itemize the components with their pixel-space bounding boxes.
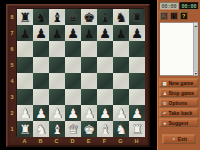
exit-label: Exit <box>178 137 187 143</box>
square-b7[interactable]: ♟ <box>33 25 49 41</box>
square-g8[interactable]: ♞ <box>113 9 129 25</box>
rank-label-2: 2 <box>8 105 17 121</box>
square-e4[interactable] <box>81 73 97 89</box>
square-h1[interactable]: ♜ <box>129 121 145 137</box>
black-bishop: ♝ <box>97 9 113 25</box>
square-d3[interactable] <box>65 89 81 105</box>
square-f1[interactable]: ♝ <box>97 121 113 137</box>
square-a2[interactable]: ♟ <box>17 105 33 121</box>
square-a5[interactable] <box>17 57 33 73</box>
square-g3[interactable] <box>113 89 129 105</box>
piece-toolbar: ♘ ♞ ? <box>160 12 199 21</box>
white-clock-display: 00:00 <box>160 2 179 10</box>
square-h7[interactable]: ♟ <box>129 25 145 41</box>
suggest-star-icon: ★ <box>162 120 168 125</box>
square-c4[interactable] <box>49 73 65 89</box>
white-pawn: ♟ <box>65 105 81 121</box>
black-king: ♚ <box>81 9 97 25</box>
square-g2[interactable]: ♟ <box>113 105 129 121</box>
white-pawn: ♟ <box>129 105 145 121</box>
black-bishop: ♝ <box>49 9 65 25</box>
rank-labels: 87654321 <box>8 9 17 137</box>
square-b5[interactable] <box>33 57 49 73</box>
square-b4[interactable] <box>33 73 49 89</box>
file-label-g: G <box>113 137 129 146</box>
options-label: Options <box>169 100 188 106</box>
square-g5[interactable] <box>113 57 129 73</box>
stop-game-button[interactable]: ♟ Stop game <box>160 89 199 98</box>
square-d1[interactable]: ♛ <box>65 121 81 137</box>
square-a1[interactable]: ♜ <box>17 121 33 137</box>
new-game-label: New game <box>169 80 194 86</box>
black-pawn: ♟ <box>113 25 129 41</box>
side-panel: 00:00 00:00 ♘ ♞ ? ▲ ▼ ▦ New game ♟ Stop … <box>157 0 200 150</box>
white-piece-button[interactable]: ♘ <box>160 12 169 21</box>
white-queen: ♛ <box>65 121 81 137</box>
clock-row: 00:00 00:00 <box>160 2 199 10</box>
square-d8[interactable]: ♛ <box>65 9 81 25</box>
square-e3[interactable] <box>81 89 97 105</box>
rank-label-1: 1 <box>8 121 17 137</box>
rank-label-8: 8 <box>8 9 17 25</box>
square-d5[interactable] <box>65 57 81 73</box>
move-list[interactable]: ▲ ▼ <box>160 22 199 76</box>
square-e6[interactable] <box>81 41 97 57</box>
black-rook: ♜ <box>17 9 33 25</box>
square-c1[interactable]: ♝ <box>49 121 65 137</box>
white-pawn: ♟ <box>97 105 113 121</box>
stop-game-label: Stop game <box>169 90 195 96</box>
file-label-b: B <box>33 137 49 146</box>
black-knight: ♞ <box>113 9 129 25</box>
rank-label-4: 4 <box>8 73 17 89</box>
square-f2[interactable]: ♟ <box>97 105 113 121</box>
chess-app-window: 87654321 ♜♞♝♛♚♝♞♜♟♟♟♟♟♟♟♟♟♟♟♟♟♟♟♟♜♞♝♛♚♝♞… <box>0 0 200 150</box>
file-label-d: D <box>65 137 81 146</box>
square-h3[interactable] <box>129 89 145 105</box>
square-h5[interactable] <box>129 57 145 73</box>
square-f3[interactable] <box>97 89 113 105</box>
black-pawn: ♟ <box>33 25 49 41</box>
rank-label-5: 5 <box>8 57 17 73</box>
white-pawn: ♟ <box>49 105 65 121</box>
square-f6[interactable] <box>97 41 113 57</box>
move-list-scrollbar[interactable]: ▲ ▼ <box>193 23 198 76</box>
black-rook: ♜ <box>129 9 145 25</box>
black-pawn: ♟ <box>17 25 33 41</box>
square-a6[interactable] <box>17 41 33 57</box>
exit-icon: × <box>171 137 177 142</box>
square-b2[interactable]: ♟ <box>33 105 49 121</box>
black-knight: ♞ <box>33 9 49 25</box>
black-pawn: ♟ <box>81 25 97 41</box>
square-g6[interactable] <box>113 41 129 57</box>
square-e7[interactable]: ♟ <box>81 25 97 41</box>
stop-game-icon: ♟ <box>162 90 168 95</box>
frame-corner <box>8 137 17 146</box>
white-bishop: ♝ <box>49 121 65 137</box>
board-area: 87654321 ♜♞♝♛♚♝♞♜♟♟♟♟♟♟♟♟♟♟♟♟♟♟♟♟♜♞♝♛♚♝♞… <box>0 0 157 150</box>
black-piece-button[interactable]: ♞ <box>170 12 179 21</box>
chess-board[interactable]: ♜♞♝♛♚♝♞♜♟♟♟♟♟♟♟♟♟♟♟♟♟♟♟♟♜♞♝♛♚♝♞♜ <box>17 9 145 137</box>
scroll-up-icon[interactable]: ▲ <box>194 23 199 28</box>
file-labels: ABCDEFGH <box>17 137 145 146</box>
square-c2[interactable]: ♟ <box>49 105 65 121</box>
square-e5[interactable] <box>81 57 97 73</box>
white-pawn: ♟ <box>33 105 49 121</box>
square-a7[interactable]: ♟ <box>17 25 33 41</box>
square-b3[interactable] <box>33 89 49 105</box>
square-a4[interactable] <box>17 73 33 89</box>
square-c7[interactable]: ♟ <box>49 25 65 41</box>
file-label-e: E <box>81 137 97 146</box>
take-back-label: Take back <box>169 110 193 116</box>
scroll-down-icon[interactable]: ▼ <box>194 71 199 76</box>
square-f8[interactable]: ♝ <box>97 9 113 25</box>
rank-label-3: 3 <box>8 89 17 105</box>
square-h2[interactable]: ♟ <box>129 105 145 121</box>
black-clock-display: 00:00 <box>180 2 199 10</box>
square-e8[interactable]: ♚ <box>81 9 97 25</box>
suggest-button[interactable]: ★ Suggest <box>160 119 199 128</box>
square-f4[interactable] <box>97 73 113 89</box>
help-button[interactable]: ? <box>180 12 189 21</box>
white-pawn: ♟ <box>17 105 33 121</box>
square-b6[interactable] <box>33 41 49 57</box>
white-pawn: ♟ <box>81 105 97 121</box>
white-rook: ♜ <box>17 121 33 137</box>
file-label-f: F <box>97 137 113 146</box>
black-pawn: ♟ <box>65 25 81 41</box>
suggest-label: Suggest <box>169 120 189 126</box>
white-bishop: ♝ <box>97 121 113 137</box>
white-knight: ♞ <box>33 121 49 137</box>
square-d6[interactable] <box>65 41 81 57</box>
square-b8[interactable]: ♞ <box>33 9 49 25</box>
take-back-button[interactable]: ↶ Take back <box>160 109 199 118</box>
square-e2[interactable]: ♟ <box>81 105 97 121</box>
exit-button[interactable]: × Exit <box>163 135 196 145</box>
square-h8[interactable]: ♜ <box>129 9 145 25</box>
rank-label-6: 6 <box>8 41 17 57</box>
square-a8[interactable]: ♜ <box>17 9 33 25</box>
black-pawn: ♟ <box>49 25 65 41</box>
square-f5[interactable] <box>97 57 113 73</box>
take-back-arrow-icon: ↶ <box>162 110 168 115</box>
square-d7[interactable]: ♟ <box>65 25 81 41</box>
black-pawn: ♟ <box>97 25 113 41</box>
square-c8[interactable]: ♝ <box>49 9 65 25</box>
options-button[interactable]: ⚙ Options <box>160 99 199 108</box>
square-h6[interactable] <box>129 41 145 57</box>
square-d2[interactable]: ♟ <box>65 105 81 121</box>
file-label-h: H <box>129 137 145 146</box>
square-c3[interactable] <box>49 89 65 105</box>
square-c6[interactable] <box>49 41 65 57</box>
white-rook: ♜ <box>129 121 145 137</box>
square-d4[interactable] <box>65 73 81 89</box>
new-game-icon: ▦ <box>162 80 168 85</box>
file-label-a: A <box>17 137 33 146</box>
square-e1[interactable]: ♚ <box>81 121 97 137</box>
black-pawn: ♟ <box>129 25 145 41</box>
square-a3[interactable] <box>17 89 33 105</box>
board-frame: 87654321 ♜♞♝♛♚♝♞♜♟♟♟♟♟♟♟♟♟♟♟♟♟♟♟♟♜♞♝♛♚♝♞… <box>6 4 150 147</box>
white-pawn: ♟ <box>113 105 129 121</box>
white-knight: ♞ <box>113 121 129 137</box>
square-b1[interactable]: ♞ <box>33 121 49 137</box>
options-gear-icon: ⚙ <box>162 100 168 105</box>
square-g4[interactable] <box>113 73 129 89</box>
new-game-button[interactable]: ▦ New game <box>160 79 199 88</box>
square-h4[interactable] <box>129 73 145 89</box>
square-f7[interactable]: ♟ <box>97 25 113 41</box>
square-g1[interactable]: ♞ <box>113 121 129 137</box>
rank-label-7: 7 <box>8 25 17 41</box>
black-queen: ♛ <box>65 9 81 25</box>
square-g7[interactable]: ♟ <box>113 25 129 41</box>
file-label-c: C <box>49 137 65 146</box>
square-c5[interactable] <box>49 57 65 73</box>
white-king: ♚ <box>81 121 97 137</box>
